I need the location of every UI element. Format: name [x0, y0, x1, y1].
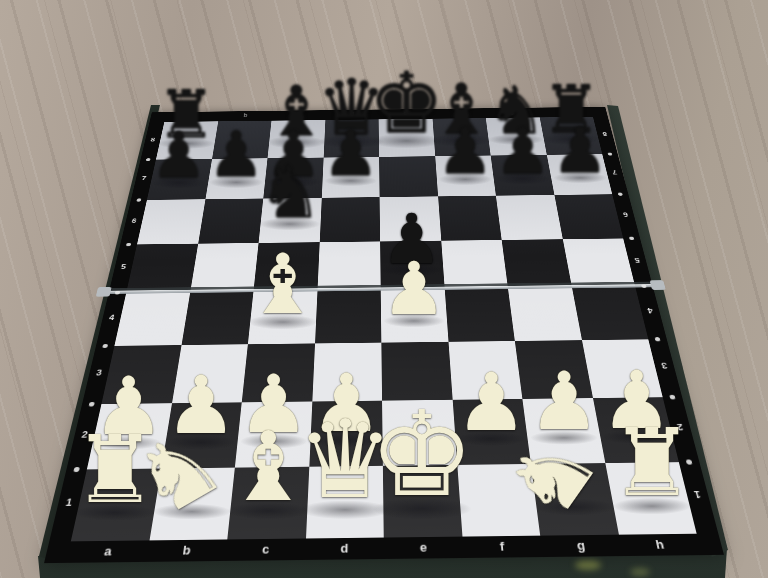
square-h2: [593, 397, 679, 462]
square-h3: [582, 339, 663, 398]
square-g4: [508, 287, 582, 341]
square-b3: [172, 344, 248, 403]
square-g6: [496, 195, 562, 240]
rivet-dot: [607, 152, 612, 155]
edge-stain: [575, 560, 601, 570]
file-label-bottom-d: d: [324, 541, 364, 556]
rivet-dot: [89, 402, 95, 407]
square-d7: [321, 157, 379, 198]
square-e5: [380, 240, 444, 289]
rivet-dot: [126, 242, 131, 246]
square-b5: [190, 243, 259, 292]
file-label-top-b: b: [232, 113, 259, 118]
rank-label-left-6: 6: [126, 217, 142, 224]
rivet-dot: [136, 198, 141, 201]
file-label-top-f: f: [445, 110, 472, 115]
square-c5: [254, 242, 320, 291]
square-b4: [181, 291, 253, 345]
square-b1: [149, 467, 235, 540]
square-c6: [259, 198, 322, 243]
file-label-bottom-e: e: [403, 540, 443, 555]
square-a6: [137, 199, 205, 244]
rank-label-right-8: 8: [597, 131, 612, 137]
square-d4: [315, 289, 382, 343]
rank-label-left-1: 1: [58, 497, 80, 508]
file-label-top-c: c: [285, 112, 312, 117]
square-a3: [101, 345, 181, 404]
square-f1: [457, 464, 540, 537]
rivet-dot: [115, 291, 121, 295]
rank-label-left-7: 7: [136, 175, 152, 181]
square-a8: [156, 121, 218, 159]
square-h8: [539, 117, 602, 155]
square-c2: [235, 402, 312, 468]
square-g2: [522, 398, 604, 463]
rivet-dot: [73, 466, 80, 471]
rank-label-right-4: 4: [641, 307, 659, 315]
hinge-tab-left: [96, 287, 112, 297]
square-c1: [227, 466, 309, 539]
square-b7: [205, 158, 267, 199]
square-d6: [319, 197, 380, 242]
file-label-top-e: e: [392, 111, 419, 116]
file-label-bottom-c: c: [245, 542, 286, 557]
rank-label-right-1: 1: [687, 489, 709, 500]
coordinate-labels: aabbccddeeffgghh1122334455667788: [152, 107, 605, 113]
rivet-dot: [146, 158, 151, 161]
square-f3: [448, 341, 522, 400]
square-d5: [317, 241, 381, 290]
square-a2: [87, 403, 172, 469]
square-h5: [562, 238, 635, 287]
rank-label-right-5: 5: [629, 257, 646, 264]
square-g7: [491, 155, 554, 196]
square-d2: [309, 401, 383, 467]
square-c3: [242, 343, 315, 402]
file-label-top-d: d: [338, 111, 365, 116]
file-label-top-g: g: [498, 110, 526, 115]
file-label-bottom-g: g: [560, 538, 602, 553]
square-e6: [380, 196, 441, 241]
rank-label-right-2: 2: [670, 422, 691, 432]
square-d8: [323, 119, 379, 157]
square-a7: [147, 159, 212, 200]
square-b2: [161, 402, 242, 468]
hinge-tab-right: [650, 280, 666, 290]
rank-label-left-3: 3: [89, 368, 108, 377]
rank-label-right-7: 7: [607, 169, 623, 175]
square-f6: [438, 196, 502, 241]
square-b8: [212, 121, 272, 159]
square-e8: [379, 119, 435, 157]
chess-board: aabbccddeeffgghh1122334455667788: [44, 107, 724, 563]
chess-board-wrapper: aabbccddeeffgghh1122334455667788: [44, 0, 724, 559]
file-label-top-h: h: [551, 109, 579, 114]
file-label-bottom-b: b: [166, 543, 208, 558]
frame-rivets: [152, 107, 605, 113]
square-a5: [126, 243, 198, 292]
square-a4: [114, 292, 189, 346]
square-d3: [312, 342, 382, 401]
square-e2: [382, 400, 457, 466]
square-c4: [248, 290, 317, 344]
square-g8: [486, 117, 547, 155]
rivet-dot: [641, 284, 647, 288]
rivet-dot: [629, 236, 634, 240]
square-h4: [572, 286, 649, 340]
square-f8: [432, 118, 490, 156]
square-e3: [381, 341, 452, 400]
square-f4: [444, 288, 514, 342]
file-label-bottom-f: f: [482, 539, 523, 554]
square-h7: [546, 154, 612, 195]
rivet-dot: [686, 459, 693, 464]
square-f2: [452, 399, 531, 465]
photo-scene: aabbccddeeffgghh1122334455667788 ♜♝♛♚♝♞♜…: [0, 0, 768, 578]
rank-label-left-4: 4: [103, 313, 121, 321]
square-b6: [198, 199, 263, 244]
rivet-dot: [654, 337, 660, 341]
square-g5: [502, 239, 572, 288]
square-g3: [515, 340, 593, 399]
rank-label-left-2: 2: [75, 429, 95, 439]
square-f7: [435, 155, 496, 196]
rivet-dot: [618, 193, 623, 196]
square-h1: [605, 462, 697, 535]
rivet-dot: [102, 344, 108, 348]
edge-stain: [630, 568, 650, 576]
square-d1: [306, 465, 384, 538]
square-e7: [379, 156, 438, 197]
square-a1: [71, 468, 161, 541]
rank-label-right-3: 3: [655, 361, 674, 370]
rank-label-right-6: 6: [617, 211, 634, 218]
square-g1: [531, 463, 619, 536]
square-e4: [381, 289, 448, 343]
rivet-dot: [669, 395, 675, 400]
file-label-bottom-a: a: [87, 544, 130, 559]
file-label-bottom-h: h: [638, 537, 681, 552]
rank-label-left-8: 8: [145, 137, 160, 143]
square-c7: [263, 157, 323, 198]
square-e1: [383, 464, 462, 537]
rank-label-left-5: 5: [115, 263, 132, 270]
file-label-top-a: a: [178, 113, 206, 118]
square-f5: [441, 240, 508, 289]
square-h6: [554, 194, 623, 239]
board-grid: [71, 117, 697, 542]
square-c8: [268, 120, 326, 158]
